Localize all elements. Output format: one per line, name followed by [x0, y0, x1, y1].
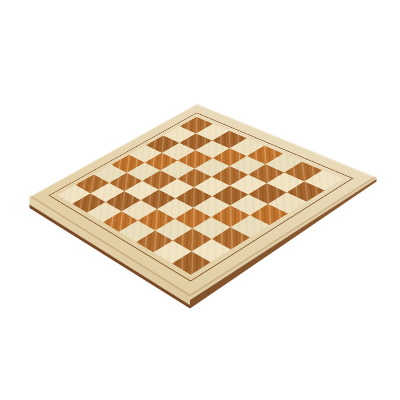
chess-board-top-surface: [30, 104, 377, 297]
product-photo-scene: [0, 0, 400, 400]
